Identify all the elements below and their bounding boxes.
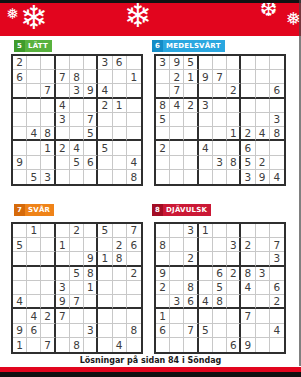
- sudoku-cell: [270, 99, 284, 113]
- sudoku-cell: [184, 267, 198, 281]
- sudoku-cell: [127, 309, 141, 323]
- sudoku-cell: 3: [56, 281, 70, 295]
- sudoku-cell: [227, 170, 241, 184]
- sudoku-cell: [13, 127, 27, 141]
- sudoku-cell: [227, 295, 241, 309]
- sudoku-cell: [184, 338, 198, 352]
- sudoku-cell: 1: [113, 99, 127, 113]
- sudoku-cell: 3: [170, 295, 184, 309]
- sudoku-cell: 4: [270, 170, 284, 184]
- sudoku-cell: 3: [156, 56, 170, 70]
- sudoku-cell: [56, 324, 70, 338]
- difficulty-number: 5: [14, 40, 25, 52]
- sudoku-cell: 9: [84, 252, 98, 266]
- sudoku-cell: 7: [84, 113, 98, 127]
- sudoku-cell: [41, 267, 55, 281]
- sudoku-cell: [113, 156, 127, 170]
- sudoku-cell: [56, 84, 70, 98]
- sudoku-cell: 8: [270, 127, 284, 141]
- sudoku-cell: [156, 295, 170, 309]
- sudoku-cell: [56, 224, 70, 238]
- sudoku-cell: [84, 99, 98, 113]
- sudoku-grid-djavulsk: 3183272396283285463648217675469: [154, 222, 286, 354]
- sudoku-cell: 2: [241, 127, 255, 141]
- sudoku-cell: [56, 127, 70, 141]
- sudoku-cell: [184, 141, 198, 155]
- snowflake-icon: ❄: [124, 3, 152, 32]
- sudoku-cell: 4: [270, 324, 284, 338]
- sudoku-cell: 4: [27, 309, 41, 323]
- sudoku-cell: [98, 309, 112, 323]
- sudoku-cell: [199, 170, 213, 184]
- sudoku-cell: [13, 309, 27, 323]
- sudoku-cell: 4: [27, 127, 41, 141]
- sudoku-cell: [184, 238, 198, 252]
- sudoku-cell: [41, 113, 55, 127]
- sudoku-cell: [199, 56, 213, 70]
- sudoku-cell: [41, 324, 55, 338]
- sudoku-cell: 3: [56, 113, 70, 127]
- sudoku-cell: 8: [156, 238, 170, 252]
- sudoku-cell: [84, 70, 98, 84]
- sudoku-cell: [113, 141, 127, 155]
- sudoku-cell: [256, 309, 270, 323]
- sudoku-cell: [13, 170, 27, 184]
- sudoku-cell: [270, 156, 284, 170]
- sudoku-cell: [213, 99, 227, 113]
- sudoku-cell: [27, 84, 41, 98]
- sudoku-cell: [227, 113, 241, 127]
- sudoku-cell: [170, 267, 184, 281]
- sudoku-cell: [56, 267, 70, 281]
- difficulty-label: SVÅR: [25, 204, 54, 216]
- sudoku-cell: [113, 70, 127, 84]
- sudoku-cell: [156, 170, 170, 184]
- sudoku-cell: 2: [227, 84, 241, 98]
- sudoku-cell: [199, 338, 213, 352]
- sudoku-cell: [27, 295, 41, 309]
- sudoku-cell: [98, 113, 112, 127]
- sudoku-cell: 2: [113, 238, 127, 252]
- sudoku-cell: 1: [156, 309, 170, 323]
- sudoku-cell: [199, 156, 213, 170]
- sudoku-cell: 3: [70, 84, 84, 98]
- sudoku-cell: 9: [170, 56, 184, 70]
- sudoku-cell: [170, 238, 184, 252]
- sudoku-cell: 9: [199, 70, 213, 84]
- sudoku-cell: [227, 70, 241, 84]
- sudoku-cell: [213, 56, 227, 70]
- sudoku-cell: [184, 156, 198, 170]
- sudoku-cell: [27, 141, 41, 155]
- sudoku-cell: [256, 238, 270, 252]
- sudoku-cell: 2: [270, 295, 284, 309]
- sudoku-cell: [113, 267, 127, 281]
- sudoku-cell: [113, 170, 127, 184]
- sudoku-cell: 8: [127, 324, 141, 338]
- sudoku-cell: 7: [41, 338, 55, 352]
- sudoku-cell: 9: [241, 338, 255, 352]
- sudoku-cell: [84, 338, 98, 352]
- sudoku-cell: [127, 127, 141, 141]
- sudoku-cell: [199, 113, 213, 127]
- sudoku-cell: [270, 267, 284, 281]
- sudoku-cell: [56, 252, 70, 266]
- sudoku-cell: [70, 309, 84, 323]
- sudoku-cell: [213, 338, 227, 352]
- sudoku-page: ❅ ❄ ❄ ❆ ❅ 5 LÄTT 6 MEDELSVÅRT 7 SVÅR 8 D…: [0, 0, 301, 377]
- sudoku-cell: 4: [256, 127, 270, 141]
- sudoku-cell: [84, 224, 98, 238]
- sudoku-cell: 7: [70, 295, 84, 309]
- sudoku-cell: [241, 224, 255, 238]
- sudoku-cell: [70, 56, 84, 70]
- sudoku-cell: [199, 127, 213, 141]
- difficulty-number: 8: [152, 204, 163, 216]
- sudoku-cell: [41, 238, 55, 252]
- sudoku-cell: 5: [13, 238, 27, 252]
- sudoku-cell: 6: [27, 324, 41, 338]
- sudoku-cell: 6: [127, 238, 141, 252]
- sudoku-cell: [170, 224, 184, 238]
- sudoku-cell: 9: [84, 84, 98, 98]
- sudoku-cell: [256, 99, 270, 113]
- sudoku-cell: [156, 224, 170, 238]
- sudoku-cell: [84, 309, 98, 323]
- sudoku-cell: [84, 295, 98, 309]
- sudoku-cell: 2: [156, 281, 170, 295]
- solutions-footer: Lösningar på sidan 84 i Söndag: [0, 356, 301, 365]
- sudoku-cell: 6: [241, 141, 255, 155]
- sudoku-cell: [98, 281, 112, 295]
- sudoku-cell: [184, 127, 198, 141]
- sudoku-cell: [170, 113, 184, 127]
- sudoku-grid-svar: 125751269185823149742796381784: [11, 222, 143, 354]
- sudoku-cell: 5: [98, 224, 112, 238]
- sudoku-cell: [41, 295, 55, 309]
- sudoku-cell: 2: [227, 267, 241, 281]
- sudoku-cell: [256, 70, 270, 84]
- snowflake-icon: ❅: [6, 7, 19, 22]
- sudoku-cell: [256, 84, 270, 98]
- sudoku-cell: [184, 84, 198, 98]
- sudoku-cell: 3: [84, 324, 98, 338]
- sudoku-cell: [27, 281, 41, 295]
- sudoku-cell: [227, 224, 241, 238]
- sudoku-cell: [27, 238, 41, 252]
- sudoku-cell: 9: [156, 267, 170, 281]
- sudoku-cell: 1: [184, 70, 198, 84]
- sudoku-cell: 8: [241, 267, 255, 281]
- sudoku-cell: [84, 238, 98, 252]
- sudoku-cell: 4: [70, 141, 84, 155]
- sudoku-cell: [227, 141, 241, 155]
- sudoku-cell: [213, 141, 227, 155]
- sudoku-cell: [213, 309, 227, 323]
- sudoku-cell: [156, 84, 170, 98]
- sudoku-cell: 2: [70, 224, 84, 238]
- sudoku-cell: [98, 338, 112, 352]
- sudoku-cell: [213, 252, 227, 266]
- sudoku-cell: 7: [41, 84, 55, 98]
- sudoku-cell: [256, 141, 270, 155]
- sudoku-cell: [27, 252, 41, 266]
- sudoku-cell: 1: [56, 238, 70, 252]
- christmas-banner: ❅ ❄ ❄ ❆ ❅: [0, 3, 301, 36]
- sudoku-cell: [213, 224, 227, 238]
- sudoku-cell: [241, 324, 255, 338]
- sudoku-cell: [170, 281, 184, 295]
- sudoku-cell: 6: [227, 338, 241, 352]
- sudoku-cell: 7: [184, 324, 198, 338]
- sudoku-cell: 8: [156, 99, 170, 113]
- sudoku-cell: 6: [184, 295, 198, 309]
- sudoku-cell: 7: [213, 70, 227, 84]
- sudoku-cell: [98, 70, 112, 84]
- sudoku-cell: [56, 170, 70, 184]
- sudoku-cell: [84, 141, 98, 155]
- sudoku-cell: [213, 324, 227, 338]
- sudoku-cell: [27, 70, 41, 84]
- sudoku-cell: [41, 224, 55, 238]
- sudoku-cell: [241, 84, 255, 98]
- sudoku-cell: 1: [127, 70, 141, 84]
- sudoku-cell: [227, 56, 241, 70]
- sudoku-cell: [113, 295, 127, 309]
- sudoku-cell: 2: [170, 70, 184, 84]
- sudoku-cell: [256, 252, 270, 266]
- sudoku-cell: [113, 84, 127, 98]
- sudoku-cell: [70, 324, 84, 338]
- sudoku-cell: 6: [113, 56, 127, 70]
- sudoku-cell: 3: [270, 252, 284, 266]
- sudoku-cell: [199, 238, 213, 252]
- sudoku-cell: 1: [98, 252, 112, 266]
- sudoku-cell: [27, 99, 41, 113]
- sudoku-cell: [13, 281, 27, 295]
- sudoku-cell: 6: [13, 70, 27, 84]
- sudoku-cell: [13, 84, 27, 98]
- sudoku-cell: 7: [170, 84, 184, 98]
- sudoku-cell: [184, 309, 198, 323]
- sudoku-cell: 3: [213, 156, 227, 170]
- sudoku-cell: 5: [184, 56, 198, 70]
- sudoku-cell: 1: [227, 127, 241, 141]
- sudoku-cell: [27, 113, 41, 127]
- sudoku-cell: 2: [241, 238, 255, 252]
- sudoku-cell: [170, 338, 184, 352]
- sudoku-cell: [13, 224, 27, 238]
- sudoku-cell: [256, 324, 270, 338]
- sudoku-cell: [256, 281, 270, 295]
- sudoku-cell: 4: [98, 84, 112, 98]
- sudoku-cell: 2: [156, 141, 170, 155]
- sudoku-cell: 5: [241, 156, 255, 170]
- sudoku-cell: 9: [13, 324, 27, 338]
- difficulty-label: LÄTT: [25, 40, 52, 52]
- sudoku-cell: [41, 70, 55, 84]
- sudoku-cell: [27, 56, 41, 70]
- sudoku-cell: [127, 338, 141, 352]
- sudoku-cell: [41, 56, 55, 70]
- sudoku-cell: 8: [70, 338, 84, 352]
- sudoku-cell: [127, 84, 141, 98]
- sudoku-cell: [256, 338, 270, 352]
- difficulty-badge-djavulsk: 8 DJÄVULSK: [152, 204, 211, 216]
- sudoku-cell: 4: [113, 338, 127, 352]
- sudoku-cell: 1: [41, 141, 55, 155]
- sudoku-cell: [84, 56, 98, 70]
- sudoku-cell: 6: [156, 324, 170, 338]
- sudoku-cell: 3: [256, 267, 270, 281]
- sudoku-cell: [170, 324, 184, 338]
- sudoku-cell: 7: [270, 238, 284, 252]
- sudoku-cell: [170, 141, 184, 155]
- sudoku-cell: 3: [184, 224, 198, 238]
- sudoku-cell: 4: [199, 295, 213, 309]
- sudoku-cell: [241, 70, 255, 84]
- sudoku-cell: 4: [199, 141, 213, 155]
- sudoku-cell: 5: [70, 156, 84, 170]
- sudoku-cell: 3: [41, 170, 55, 184]
- sudoku-cell: [170, 309, 184, 323]
- sudoku-cell: 6: [270, 281, 284, 295]
- sudoku-cell: 8: [127, 170, 141, 184]
- difficulty-badge-medelsvart: 6 MEDELSVÅRT: [152, 40, 225, 52]
- sudoku-cell: 3: [98, 56, 112, 70]
- sudoku-cell: [127, 141, 141, 155]
- sudoku-cell: 9: [13, 156, 27, 170]
- sudoku-cell: 4: [170, 99, 184, 113]
- sudoku-cell: [127, 295, 141, 309]
- sudoku-cell: [227, 324, 241, 338]
- sudoku-cell: [127, 281, 141, 295]
- sudoku-cell: 2: [13, 56, 27, 70]
- sudoku-cell: [270, 70, 284, 84]
- sudoku-cell: 3: [227, 238, 241, 252]
- sudoku-grid-latt: 236678173944213748512459564538: [11, 54, 143, 186]
- sudoku-cell: [184, 113, 198, 127]
- sudoku-cell: [13, 267, 27, 281]
- sudoku-cell: [98, 238, 112, 252]
- sudoku-cell: [199, 281, 213, 295]
- sudoku-cell: [70, 127, 84, 141]
- sudoku-cell: [127, 252, 141, 266]
- sudoku-cell: [70, 238, 84, 252]
- sudoku-cell: [70, 170, 84, 184]
- sudoku-cell: [27, 156, 41, 170]
- sudoku-cell: 4: [127, 156, 141, 170]
- sudoku-cell: [199, 252, 213, 266]
- sudoku-cell: 7: [56, 309, 70, 323]
- sudoku-cell: [227, 309, 241, 323]
- sudoku-cell: [241, 295, 255, 309]
- sudoku-cell: [170, 127, 184, 141]
- sudoku-cell: 8: [213, 295, 227, 309]
- sudoku-cell: [213, 238, 227, 252]
- sudoku-cell: [56, 56, 70, 70]
- sudoku-cell: 4: [56, 99, 70, 113]
- sudoku-cell: [56, 156, 70, 170]
- sudoku-cell: [256, 224, 270, 238]
- sudoku-cell: 2: [256, 156, 270, 170]
- sudoku-cell: 6: [84, 156, 98, 170]
- sudoku-cell: 5: [156, 113, 170, 127]
- sudoku-cell: 7: [56, 70, 70, 84]
- sudoku-cell: [256, 56, 270, 70]
- sudoku-cell: [213, 113, 227, 127]
- sudoku-cell: 2: [56, 141, 70, 155]
- sudoku-cell: [184, 170, 198, 184]
- sudoku-cell: 6: [213, 267, 227, 281]
- sudoku-cell: [13, 113, 27, 127]
- sudoku-cell: [270, 141, 284, 155]
- sudoku-cell: 2: [127, 267, 141, 281]
- sudoku-cell: [270, 224, 284, 238]
- sudoku-cell: [41, 281, 55, 295]
- sudoku-cell: 5: [199, 324, 213, 338]
- sudoku-cell: [98, 267, 112, 281]
- sudoku-cell: [241, 113, 255, 127]
- sudoku-cell: [113, 127, 127, 141]
- sudoku-cell: [270, 56, 284, 70]
- sudoku-cell: [213, 170, 227, 184]
- sudoku-cell: 9: [256, 170, 270, 184]
- sudoku-cell: [113, 113, 127, 127]
- sudoku-cell: 1: [13, 338, 27, 352]
- sudoku-cell: [199, 84, 213, 98]
- sudoku-cell: [113, 281, 127, 295]
- sudoku-cell: 8: [227, 156, 241, 170]
- sudoku-cell: [156, 70, 170, 84]
- sudoku-cell: [113, 224, 127, 238]
- sudoku-cell: [98, 156, 112, 170]
- sudoku-cell: [127, 56, 141, 70]
- sudoku-cell: [213, 127, 227, 141]
- sudoku-cell: 8: [184, 281, 198, 295]
- snowflake-icon: ❆: [260, 3, 278, 20]
- sudoku-cell: 2: [41, 309, 55, 323]
- sudoku-cell: [199, 309, 213, 323]
- sudoku-cell: [270, 309, 284, 323]
- sudoku-cell: [41, 99, 55, 113]
- sudoku-cell: [227, 252, 241, 266]
- sudoku-cell: [156, 338, 170, 352]
- page-bottom-edge: [0, 372, 301, 377]
- sudoku-cell: [113, 309, 127, 323]
- sudoku-cell: 9: [56, 295, 70, 309]
- difficulty-label: MEDELSVÅRT: [163, 40, 225, 52]
- sudoku-cell: 3: [199, 99, 213, 113]
- sudoku-cell: 6: [270, 84, 284, 98]
- sudoku-cell: 8: [113, 252, 127, 266]
- sudoku-cell: [170, 252, 184, 266]
- sudoku-cell: 8: [84, 267, 98, 281]
- sudoku-cell: [41, 252, 55, 266]
- sudoku-cell: [70, 252, 84, 266]
- sudoku-cell: [56, 338, 70, 352]
- sudoku-cell: [70, 113, 84, 127]
- sudoku-cell: [41, 156, 55, 170]
- sudoku-cell: [170, 156, 184, 170]
- sudoku-cell: [27, 267, 41, 281]
- sudoku-cell: [241, 56, 255, 70]
- sudoku-cell: [227, 99, 241, 113]
- sudoku-cell: [113, 324, 127, 338]
- snowflake-icon: ❄: [20, 3, 48, 34]
- sudoku-cell: 2: [184, 99, 198, 113]
- sudoku-cell: 5: [98, 141, 112, 155]
